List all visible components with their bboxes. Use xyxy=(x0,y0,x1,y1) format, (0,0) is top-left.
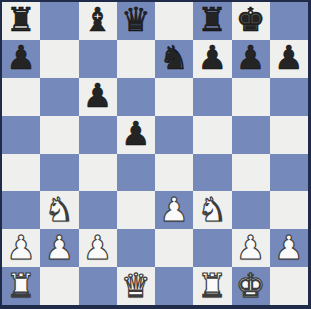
piece-f8: ♜ xyxy=(198,3,228,36)
piece-f3: ♞ xyxy=(198,193,228,226)
square-e5[interactable] xyxy=(155,116,193,154)
piece-d8: ♛ xyxy=(121,3,151,36)
square-e1[interactable] xyxy=(155,267,193,305)
square-f3[interactable]: ♞ xyxy=(193,191,231,229)
square-d6[interactable] xyxy=(117,78,155,116)
square-b5[interactable] xyxy=(40,116,78,154)
square-b1[interactable] xyxy=(40,267,78,305)
square-e7[interactable]: ♞ xyxy=(155,40,193,78)
square-g5[interactable] xyxy=(232,116,270,154)
piece-f1: ♜ xyxy=(198,269,228,302)
square-f4[interactable] xyxy=(193,154,231,192)
square-f7[interactable]: ♟ xyxy=(193,40,231,78)
piece-d1: ♛ xyxy=(121,269,151,302)
square-d5[interactable]: ♟ xyxy=(117,116,155,154)
square-a5[interactable] xyxy=(2,116,40,154)
square-a8[interactable]: ♜ xyxy=(2,2,40,40)
square-e2[interactable] xyxy=(155,229,193,267)
square-h8[interactable] xyxy=(270,2,308,40)
square-b4[interactable] xyxy=(40,154,78,192)
board-frame: ♜ ♝ ♛ ♜ ♚ ♟ ♞ ♟ ♟ ♟ ♟ ♟ xyxy=(0,0,311,309)
square-d7[interactable] xyxy=(117,40,155,78)
piece-g7: ♟ xyxy=(236,41,266,74)
square-b2[interactable]: ♟ xyxy=(40,229,78,267)
square-g6[interactable] xyxy=(232,78,270,116)
square-a2[interactable]: ♟ xyxy=(2,229,40,267)
square-h5[interactable] xyxy=(270,116,308,154)
square-c5[interactable] xyxy=(79,116,117,154)
piece-a1: ♜ xyxy=(6,269,36,302)
square-a6[interactable] xyxy=(2,78,40,116)
piece-e3: ♟ xyxy=(159,193,189,226)
piece-c8: ♝ xyxy=(83,3,113,36)
piece-g1: ♚ xyxy=(236,269,266,302)
square-c3[interactable] xyxy=(79,191,117,229)
square-a3[interactable] xyxy=(2,191,40,229)
square-c7[interactable] xyxy=(79,40,117,78)
square-d1[interactable]: ♛ xyxy=(117,267,155,305)
square-g4[interactable] xyxy=(232,154,270,192)
square-h3[interactable] xyxy=(270,191,308,229)
square-c8[interactable]: ♝ xyxy=(79,2,117,40)
piece-h2: ♟ xyxy=(274,231,304,264)
square-e4[interactable] xyxy=(155,154,193,192)
square-h2[interactable]: ♟ xyxy=(270,229,308,267)
piece-g2: ♟ xyxy=(236,231,266,264)
square-d8[interactable]: ♛ xyxy=(117,2,155,40)
square-d4[interactable] xyxy=(117,154,155,192)
piece-c2: ♟ xyxy=(83,231,113,264)
piece-g8: ♚ xyxy=(236,3,266,36)
square-d2[interactable] xyxy=(117,229,155,267)
square-g2[interactable]: ♟ xyxy=(232,229,270,267)
square-c2[interactable]: ♟ xyxy=(79,229,117,267)
piece-c6: ♟ xyxy=(83,79,113,112)
square-f8[interactable]: ♜ xyxy=(193,2,231,40)
square-f2[interactable] xyxy=(193,229,231,267)
square-b7[interactable] xyxy=(40,40,78,78)
square-c1[interactable] xyxy=(79,267,117,305)
square-a7[interactable]: ♟ xyxy=(2,40,40,78)
square-g8[interactable]: ♚ xyxy=(232,2,270,40)
square-f1[interactable]: ♜ xyxy=(193,267,231,305)
piece-e7: ♞ xyxy=(159,41,189,74)
square-b6[interactable] xyxy=(40,78,78,116)
square-a1[interactable]: ♜ xyxy=(2,267,40,305)
square-c4[interactable] xyxy=(79,154,117,192)
square-e6[interactable] xyxy=(155,78,193,116)
square-h1[interactable] xyxy=(270,267,308,305)
square-b3[interactable]: ♞ xyxy=(40,191,78,229)
square-h7[interactable]: ♟ xyxy=(270,40,308,78)
square-e3[interactable]: ♟ xyxy=(155,191,193,229)
piece-b2: ♟ xyxy=(45,231,75,264)
piece-d5: ♟ xyxy=(121,117,151,150)
square-b8[interactable] xyxy=(40,2,78,40)
chess-board: ♜ ♝ ♛ ♜ ♚ ♟ ♞ ♟ ♟ ♟ ♟ ♟ xyxy=(2,2,308,305)
square-g1[interactable]: ♚ xyxy=(232,267,270,305)
piece-b3: ♞ xyxy=(45,193,75,226)
piece-a7: ♟ xyxy=(6,41,36,74)
square-f5[interactable] xyxy=(193,116,231,154)
square-f6[interactable] xyxy=(193,78,231,116)
square-a4[interactable] xyxy=(2,154,40,192)
square-g3[interactable] xyxy=(232,191,270,229)
square-c6[interactable]: ♟ xyxy=(79,78,117,116)
piece-f7: ♟ xyxy=(198,41,228,74)
square-g7[interactable]: ♟ xyxy=(232,40,270,78)
piece-a8: ♜ xyxy=(6,3,36,36)
square-h6[interactable] xyxy=(270,78,308,116)
square-d3[interactable] xyxy=(117,191,155,229)
piece-h7: ♟ xyxy=(274,41,304,74)
piece-a2: ♟ xyxy=(6,231,36,264)
square-h4[interactable] xyxy=(270,154,308,192)
square-e8[interactable] xyxy=(155,2,193,40)
